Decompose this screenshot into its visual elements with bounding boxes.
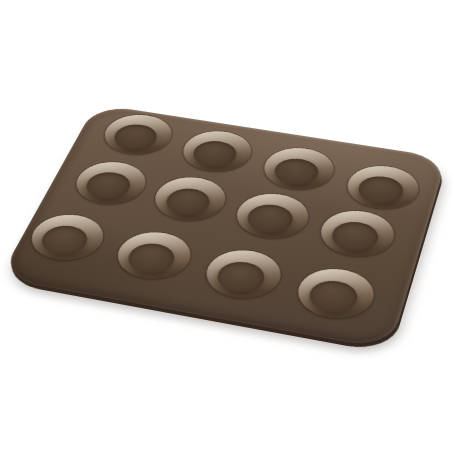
pan-top-surface	[0, 104, 447, 350]
muffin-cup	[108, 227, 198, 284]
muffin-cup	[290, 263, 380, 324]
product-photo	[0, 0, 452, 452]
muffin-cup-floor	[123, 240, 179, 276]
muffin-cup	[147, 173, 234, 226]
muffin-cup-floor	[213, 259, 269, 296]
muffin-cup-floor	[109, 122, 161, 152]
muffin-cup-floor	[188, 139, 240, 170]
muffin-cup-floor	[270, 156, 322, 188]
muffin-cup-floor	[355, 174, 407, 207]
muffin-cup-floor	[328, 219, 382, 254]
muffin-cup-floor	[81, 169, 135, 201]
muffin-cup-floor	[305, 278, 361, 316]
muffin-cup-floor	[36, 223, 92, 258]
muffin-cup	[256, 144, 339, 195]
muffin-cup	[229, 189, 315, 243]
muffin-cup	[341, 161, 424, 213]
muffin-cup	[314, 206, 400, 262]
muffin-cup	[21, 209, 112, 265]
muffin-cup	[198, 245, 288, 304]
muffin-cup-floor	[161, 185, 215, 218]
muffin-cup	[96, 110, 179, 158]
muffin-cup-floor	[243, 202, 297, 236]
muffin-cup	[175, 127, 258, 177]
muffin-cup	[67, 157, 154, 209]
